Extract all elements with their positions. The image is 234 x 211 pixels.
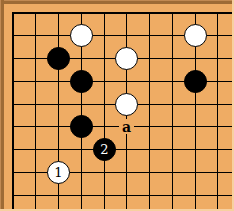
grid-line-vertical bbox=[104, 12, 105, 209]
go-board: 21a bbox=[0, 0, 234, 211]
move-number: 2 bbox=[100, 143, 108, 156]
frame-top-edge bbox=[0, 1, 234, 4]
grid-line-vertical bbox=[35, 12, 36, 209]
black-stone bbox=[70, 70, 93, 93]
grid-line-vertical bbox=[172, 12, 173, 209]
black-stone: 2 bbox=[93, 138, 116, 161]
black-stone bbox=[47, 47, 70, 70]
black-stone bbox=[184, 70, 207, 93]
board-edge-line-left bbox=[12, 12, 14, 209]
frame-left-edge bbox=[1, 0, 4, 211]
grid-line-horizontal bbox=[12, 149, 232, 150]
white-stone bbox=[70, 24, 93, 47]
white-stone: 1 bbox=[47, 161, 70, 184]
grid-line-horizontal bbox=[12, 172, 232, 173]
go-diagram: 21a bbox=[0, 0, 234, 211]
black-stone bbox=[70, 115, 93, 138]
frame-bottom-edge bbox=[0, 209, 234, 211]
board-edge-line-top bbox=[12, 12, 232, 14]
move-number: 1 bbox=[54, 166, 62, 179]
white-stone bbox=[184, 24, 207, 47]
grid-line-vertical bbox=[149, 12, 150, 209]
frame-right-edge bbox=[232, 0, 234, 211]
white-stone bbox=[115, 93, 138, 116]
white-stone bbox=[115, 47, 138, 70]
grid-line-horizontal bbox=[12, 195, 232, 196]
grid-line-vertical bbox=[217, 12, 218, 209]
point-label-a: a bbox=[119, 119, 134, 134]
